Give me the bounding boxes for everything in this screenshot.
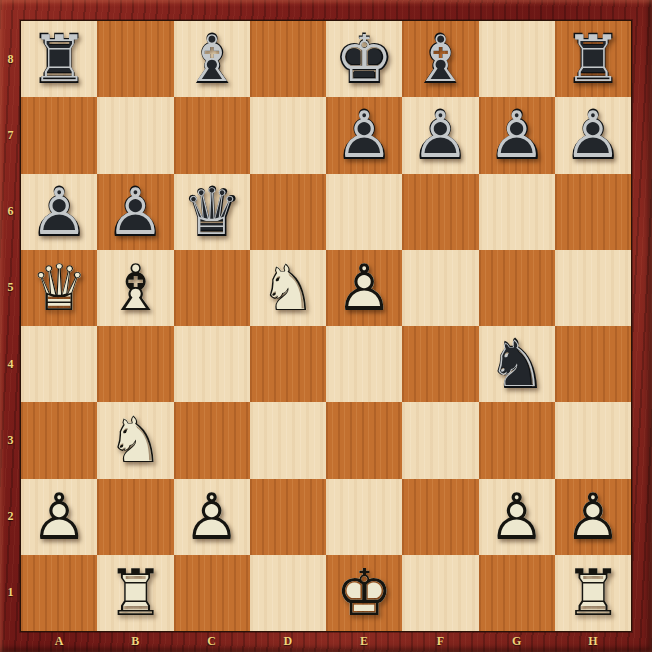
piece-glyph-line: ♙ <box>174 479 250 555</box>
square-f2[interactable] <box>402 479 478 555</box>
piece-glyph-line: ♖ <box>555 555 631 631</box>
piece-glyph-line: ♔ <box>326 21 402 97</box>
file-label-b: B <box>97 631 173 652</box>
square-d3[interactable] <box>250 402 326 478</box>
rank-label-1: 1 <box>0 555 21 631</box>
square-f6[interactable] <box>402 174 478 250</box>
piece-glyph-line: ♙ <box>555 479 631 555</box>
square-f8[interactable]: ♝♝♗ <box>402 21 478 97</box>
file-label-g: G <box>479 631 555 652</box>
black-pawn-g7[interactable]: ♟♟♙ <box>479 97 555 173</box>
square-e1[interactable]: ♚♚♔ <box>326 555 402 631</box>
square-a3[interactable] <box>21 402 97 478</box>
square-h1[interactable]: ♜♜♖ <box>555 555 631 631</box>
piece-glyph-line: ♕ <box>21 250 97 326</box>
square-d6[interactable] <box>250 174 326 250</box>
white-bishop-b5[interactable]: ♝♝♗ <box>97 250 173 326</box>
square-b1[interactable]: ♜♜♖ <box>97 555 173 631</box>
white-rook-b1[interactable]: ♜♜♖ <box>97 555 173 631</box>
square-a4[interactable] <box>21 326 97 402</box>
square-b5[interactable]: ♝♝♗ <box>97 250 173 326</box>
square-a2[interactable]: ♟♟♙ <box>21 479 97 555</box>
piece-glyph-line: ♙ <box>326 97 402 173</box>
square-g7[interactable]: ♟♟♙ <box>479 97 555 173</box>
square-d2[interactable] <box>250 479 326 555</box>
rank-label-2: 2 <box>0 479 21 555</box>
square-b8[interactable] <box>97 21 173 97</box>
square-a1[interactable] <box>21 555 97 631</box>
piece-glyph-line: ♙ <box>402 97 478 173</box>
square-a5[interactable]: ♛♛♕ <box>21 250 97 326</box>
square-b6[interactable]: ♟♟♙ <box>97 174 173 250</box>
square-f7[interactable]: ♟♟♙ <box>402 97 478 173</box>
piece-glyph-line: ♙ <box>555 97 631 173</box>
square-g4[interactable]: ♞♞♘ <box>479 326 555 402</box>
file-label-h: H <box>555 631 631 652</box>
black-rook-h8[interactable]: ♜♜♖ <box>555 21 631 97</box>
square-e7[interactable]: ♟♟♙ <box>326 97 402 173</box>
square-e5[interactable]: ♟♟♙ <box>326 250 402 326</box>
square-g8[interactable] <box>479 21 555 97</box>
file-label-f: F <box>402 631 478 652</box>
file-label-d: D <box>250 631 326 652</box>
black-king-e8[interactable]: ♚♚♔ <box>326 21 402 97</box>
square-d7[interactable] <box>250 97 326 173</box>
white-pawn-c2[interactable]: ♟♟♙ <box>174 479 250 555</box>
black-bishop-f8[interactable]: ♝♝♗ <box>402 21 478 97</box>
square-e2[interactable] <box>326 479 402 555</box>
piece-glyph-line: ♘ <box>250 250 326 326</box>
black-knight-g4[interactable]: ♞♞♘ <box>479 326 555 402</box>
black-pawn-h7[interactable]: ♟♟♙ <box>555 97 631 173</box>
piece-glyph-line: ♗ <box>174 21 250 97</box>
square-c7[interactable] <box>174 97 250 173</box>
piece-glyph-line: ♙ <box>479 479 555 555</box>
file-label-c: C <box>174 631 250 652</box>
square-f4[interactable] <box>402 326 478 402</box>
black-pawn-b6[interactable]: ♟♟♙ <box>97 174 173 250</box>
square-c1[interactable] <box>174 555 250 631</box>
square-c4[interactable] <box>174 326 250 402</box>
piece-glyph-line: ♙ <box>479 97 555 173</box>
square-h8[interactable]: ♜♜♖ <box>555 21 631 97</box>
square-b3[interactable]: ♞♞♘ <box>97 402 173 478</box>
white-queen-a5[interactable]: ♛♛♕ <box>21 250 97 326</box>
square-a8[interactable]: ♜♜♖ <box>21 21 97 97</box>
square-h4[interactable] <box>555 326 631 402</box>
rank-labels: 87654321 <box>0 21 21 631</box>
square-d1[interactable] <box>250 555 326 631</box>
piece-glyph-line: ♘ <box>97 402 173 478</box>
square-f3[interactable] <box>402 402 478 478</box>
square-c8[interactable]: ♝♝♗ <box>174 21 250 97</box>
piece-glyph-line: ♙ <box>21 174 97 250</box>
white-pawn-h2[interactable]: ♟♟♙ <box>555 479 631 555</box>
rank-label-7: 7 <box>0 97 21 173</box>
square-h5[interactable] <box>555 250 631 326</box>
piece-glyph-line: ♕ <box>174 174 250 250</box>
square-a7[interactable] <box>21 97 97 173</box>
white-pawn-a2[interactable]: ♟♟♙ <box>21 479 97 555</box>
square-h7[interactable]: ♟♟♙ <box>555 97 631 173</box>
square-g1[interactable] <box>479 555 555 631</box>
rank-label-4: 4 <box>0 326 21 402</box>
square-g5[interactable] <box>479 250 555 326</box>
square-e8[interactable]: ♚♚♔ <box>326 21 402 97</box>
square-d8[interactable] <box>250 21 326 97</box>
square-a6[interactable]: ♟♟♙ <box>21 174 97 250</box>
piece-glyph-line: ♖ <box>555 21 631 97</box>
square-e6[interactable] <box>326 174 402 250</box>
piece-glyph-line: ♙ <box>21 479 97 555</box>
piece-glyph-line: ♙ <box>326 250 402 326</box>
piece-glyph-line: ♖ <box>97 555 173 631</box>
black-pawn-e7[interactable]: ♟♟♙ <box>326 97 402 173</box>
square-e3[interactable] <box>326 402 402 478</box>
file-labels: ABCDEFGH <box>21 631 631 652</box>
square-f1[interactable] <box>402 555 478 631</box>
square-g3[interactable] <box>479 402 555 478</box>
square-b2[interactable] <box>97 479 173 555</box>
file-label-e: E <box>326 631 402 652</box>
black-queen-c6[interactable]: ♛♛♕ <box>174 174 250 250</box>
board-frame: 87654321 ♜♜♖♝♝♗♚♚♔♝♝♗♜♜♖♟♟♙♟♟♙♟♟♙♟♟♙♟♟♙♟… <box>0 0 652 652</box>
piece-glyph-line: ♙ <box>97 174 173 250</box>
square-c3[interactable] <box>174 402 250 478</box>
square-d4[interactable] <box>250 326 326 402</box>
square-d5[interactable]: ♞♞♘ <box>250 250 326 326</box>
white-pawn-e5[interactable]: ♟♟♙ <box>326 250 402 326</box>
black-bishop-c8[interactable]: ♝♝♗ <box>174 21 250 97</box>
square-b4[interactable] <box>97 326 173 402</box>
rank-label-5: 5 <box>0 250 21 326</box>
piece-glyph-line: ♔ <box>326 555 402 631</box>
square-h2[interactable]: ♟♟♙ <box>555 479 631 555</box>
square-g6[interactable] <box>479 174 555 250</box>
black-rook-a8[interactable]: ♜♜♖ <box>21 21 97 97</box>
black-pawn-f7[interactable]: ♟♟♙ <box>402 97 478 173</box>
white-pawn-g2[interactable]: ♟♟♙ <box>479 479 555 555</box>
square-c6[interactable]: ♛♛♕ <box>174 174 250 250</box>
piece-glyph-line: ♗ <box>402 21 478 97</box>
chess-board[interactable]: ♜♜♖♝♝♗♚♚♔♝♝♗♜♜♖♟♟♙♟♟♙♟♟♙♟♟♙♟♟♙♟♟♙♛♛♕♛♛♕♝… <box>21 21 631 631</box>
white-knight-b3[interactable]: ♞♞♘ <box>97 402 173 478</box>
rank-label-3: 3 <box>0 402 21 478</box>
square-f5[interactable] <box>402 250 478 326</box>
square-c5[interactable] <box>174 250 250 326</box>
piece-glyph-line: ♘ <box>479 326 555 402</box>
square-g2[interactable]: ♟♟♙ <box>479 479 555 555</box>
piece-glyph-line: ♗ <box>97 250 173 326</box>
file-label-a: A <box>21 631 97 652</box>
black-pawn-a6[interactable]: ♟♟♙ <box>21 174 97 250</box>
square-c2[interactable]: ♟♟♙ <box>174 479 250 555</box>
white-rook-h1[interactable]: ♜♜♖ <box>555 555 631 631</box>
square-h6[interactable] <box>555 174 631 250</box>
white-king-e1[interactable]: ♚♚♔ <box>326 555 402 631</box>
square-h3[interactable] <box>555 402 631 478</box>
white-knight-d5[interactable]: ♞♞♘ <box>250 250 326 326</box>
square-e4[interactable] <box>326 326 402 402</box>
square-b7[interactable] <box>97 97 173 173</box>
piece-glyph-line: ♖ <box>21 21 97 97</box>
